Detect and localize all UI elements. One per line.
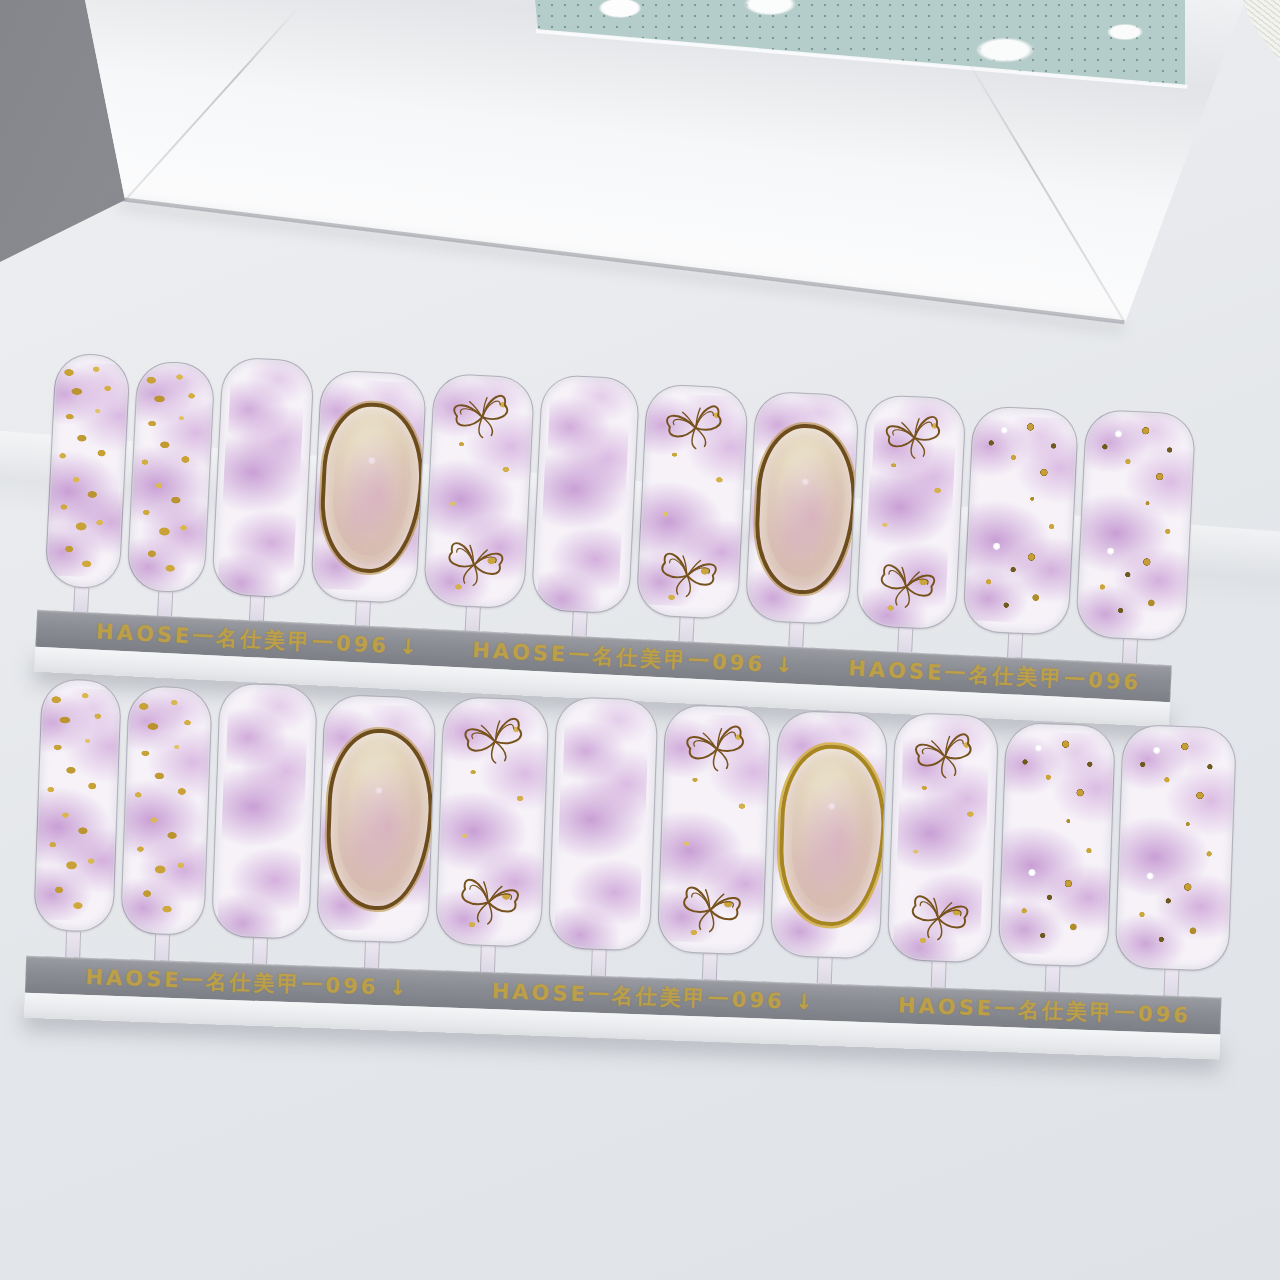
gold-butterfly-outline: [441, 380, 523, 448]
nail-sticker-plain-marble: [531, 374, 640, 615]
nail-sticker-butterflies: [887, 712, 1000, 963]
nail-sticker-butterflies: [657, 704, 772, 956]
sticker-stem: [788, 622, 804, 647]
gold-butterfly-outline: [646, 538, 729, 609]
sticker-stem: [571, 612, 587, 637]
nail-sticker-gold-studs: [998, 722, 1116, 968]
nail-sticker-cell: [315, 694, 436, 970]
nail-sticker-cell: [210, 356, 315, 622]
sticker-stem: [1163, 970, 1179, 997]
nail-wrap-strip-bottom: HAOSE一名仕美甲一096 ↓ HAOSE一名仕美甲一096 ↓ HAOSE一…: [24, 676, 1231, 1060]
nail-row: [26, 676, 1231, 998]
nail-sticker-cell: [961, 405, 1079, 660]
nail-sticker-gold-studs: [1075, 409, 1196, 642]
nail-sticker-cell: [547, 696, 659, 977]
nail-sticker-cell: [119, 685, 213, 962]
nail-sticker-gold-studs: [962, 405, 1079, 636]
nail-sticker-plain-marble: [211, 682, 318, 939]
nail-sticker-plain-marble: [548, 696, 659, 951]
nail-sticker-cell: [1074, 409, 1196, 666]
nail-sticker-butterflies: [855, 394, 966, 631]
nail-sticker-cell: [997, 722, 1116, 994]
sticker-stem: [701, 953, 717, 980]
sticker-stem: [479, 946, 495, 973]
nail-sticker-geode: [316, 694, 437, 944]
sticker-stem: [252, 938, 268, 965]
nail-sticker-cell: [743, 391, 859, 650]
nail-sticker-plain-marble: [211, 356, 315, 598]
nail-sticker-cell: [434, 696, 549, 974]
sticker-stem: [897, 628, 913, 653]
sticker-stem: [816, 957, 832, 984]
sticker-stem: [354, 601, 370, 626]
nail-sticker-geode: [770, 710, 889, 960]
sticker-stem: [65, 931, 81, 958]
gold-rimmed-geode-oval: [318, 400, 427, 575]
sticker-stem: [1007, 633, 1023, 658]
strip-label: HAOSE一名仕美甲一096: [898, 991, 1192, 1029]
nail-sticker-cell: [210, 682, 318, 965]
nail-sticker-geode: [310, 369, 427, 604]
sticker-stem: [157, 592, 173, 617]
gold-butterfly-outline: [451, 703, 537, 776]
gold-rimmed-geode-oval: [752, 421, 859, 595]
nail-sticker-cell: [43, 352, 131, 613]
sticker-stem: [1044, 965, 1060, 992]
gold-butterfly-outline: [902, 719, 987, 790]
nail-sticker-cell: [1114, 724, 1237, 998]
nail-sticker-geode: [745, 391, 860, 626]
sticker-stem: [678, 617, 694, 642]
sticker-stem: [930, 961, 946, 988]
sticker-stem: [1121, 639, 1137, 664]
nail-sticker-cell: [32, 678, 122, 959]
nail-sticker-cell: [769, 710, 888, 986]
gold-butterfly-outline: [673, 711, 759, 784]
gold-butterfly-outline: [433, 528, 516, 598]
gold-butterfly-outline: [654, 391, 736, 460]
gold-butterfly-outline: [897, 880, 982, 951]
nail-sticker-butterflies: [636, 383, 749, 620]
sticker-stem: [364, 942, 380, 969]
nail-sticker-gold-foil: [33, 678, 122, 933]
photo-scene: HAOSE一名仕美甲一096 ↓ HAOSE一名仕美甲一096 ↓ HAOSE一…: [0, 0, 1280, 1280]
nail-sticker-gold-foil: [44, 352, 130, 589]
nail-sticker-gold-studs: [1114, 724, 1236, 972]
nail-sticker-butterflies: [435, 696, 550, 948]
nail-sticker-cell: [422, 373, 535, 634]
sticker-stem: [465, 607, 481, 632]
nail-sticker-gold-foil: [120, 685, 213, 936]
nail-sticker-gold-foil: [126, 360, 215, 594]
nail-sticker-cell: [309, 369, 427, 628]
nail-sticker-cell: [656, 704, 771, 982]
gold-butterfly-outline: [445, 863, 531, 936]
sticker-stem: [590, 950, 606, 977]
nail-sticker-cell: [854, 394, 966, 655]
nail-sticker-butterflies: [423, 373, 535, 610]
nail-sticker-cell: [886, 712, 999, 989]
sticker-stem: [248, 596, 264, 621]
sticker-stem: [73, 587, 89, 612]
nail-wrap-strip-top: HAOSE一名仕美甲一096 ↓ HAOSE一名仕美甲一096 ↓ HAOSE一…: [34, 348, 1184, 727]
nail-sticker-cell: [530, 374, 641, 638]
nail-sticker-cell: [125, 360, 215, 618]
gold-butterfly-outline: [667, 871, 753, 944]
gold-butterfly-outline: [873, 401, 954, 469]
nail-sticker-cell: [634, 383, 748, 644]
gold-rimmed-geode-oval: [324, 727, 436, 912]
sticker-stem: [154, 934, 170, 961]
gold-butterfly-outline: [866, 550, 948, 619]
gold-rimmed-geode-oval: [777, 743, 887, 928]
